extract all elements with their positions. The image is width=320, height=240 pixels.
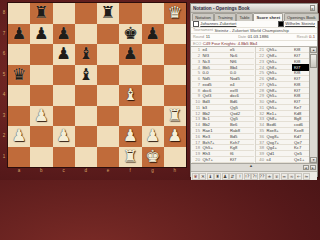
black-move-13[interactable]: Qg5 xyxy=(229,116,255,121)
tab-strip: NotationTrainingTableScore sheetOpenings… xyxy=(191,13,317,21)
square-c6[interactable]: ♟ xyxy=(53,44,75,65)
result-value: 0-1 xyxy=(309,34,315,39)
move-number: 26 xyxy=(256,76,265,81)
black-move-11[interactable]: Qg5 xyxy=(229,105,255,110)
square-c2[interactable]: ♟ xyxy=(53,126,75,147)
white-move-14[interactable]: Bb2 xyxy=(201,122,229,127)
white-move-29[interactable]: Qh5+ xyxy=(265,93,293,98)
black-move-20[interactable]: Kf7 xyxy=(229,157,255,162)
tab-training[interactable]: Training xyxy=(214,13,235,21)
white-move-5[interactable]: 0-0 xyxy=(201,70,229,75)
white-move-28[interactable]: Qh8+ xyxy=(265,88,293,93)
black-move-8[interactable]: exf3 xyxy=(229,88,255,93)
move-number: 30 xyxy=(256,99,265,104)
square-e5[interactable] xyxy=(97,65,119,86)
square-a5[interactable]: ♛ xyxy=(8,65,30,86)
black-move-17[interactable]: Kxh7 xyxy=(229,140,255,145)
black-move-6[interactable]: Nxd5 xyxy=(229,76,255,81)
square-h6[interactable] xyxy=(164,44,186,65)
dubious-move-button[interactable]: ?! xyxy=(251,173,258,180)
white-move-22[interactable]: Qh8+ xyxy=(265,53,293,58)
move-number: 32 xyxy=(256,111,265,116)
eco-label: ECO xyxy=(193,42,201,46)
white-pawn-f2[interactable]: ♟ xyxy=(119,126,141,147)
square-b5[interactable] xyxy=(30,65,52,86)
white-move-37[interactable]: Qxg7+ xyxy=(265,140,293,145)
rank-label-6: 6 xyxy=(1,52,7,57)
move-number: 21 xyxy=(256,47,265,52)
file-label-e: e xyxy=(97,169,119,174)
black-pawn-c6[interactable]: ♟ xyxy=(53,44,75,65)
white-move-2[interactable]: Nf3 xyxy=(201,53,229,58)
rank-label-7: 7 xyxy=(1,32,7,37)
black-advantage-button[interactable]: ∓ xyxy=(273,173,280,180)
white-advantage-button[interactable]: ± xyxy=(266,173,273,180)
square-f1[interactable]: ♜ xyxy=(119,147,141,168)
tab-notation[interactable]: Notation xyxy=(192,13,214,21)
square-d6[interactable]: ♝ xyxy=(75,44,97,65)
white-move-32[interactable]: Re1+ xyxy=(265,111,293,116)
move-number: 28 xyxy=(256,88,265,93)
black-move-1[interactable]: e5 xyxy=(229,47,255,52)
white-pawn-h2[interactable]: ♟ xyxy=(164,126,186,147)
file-label-d: d xyxy=(75,169,97,174)
square-a1[interactable] xyxy=(8,147,30,168)
black-pawn-c7[interactable]: ♟ xyxy=(53,24,75,45)
square-e8[interactable]: ♜ xyxy=(97,3,119,24)
square-h7[interactable] xyxy=(164,24,186,45)
queen-symbol-button[interactable]: ♛ xyxy=(192,173,199,180)
splitter-handle-icon[interactable]: ▲ xyxy=(249,164,253,168)
square-h3[interactable]: ♜ xyxy=(164,106,186,127)
black-king-f7[interactable]: ♚ xyxy=(119,24,141,45)
black-move-18[interactable]: Kg8 xyxy=(229,145,255,150)
black-bishop-d5[interactable]: ♝ xyxy=(75,65,97,86)
capture-symbol-button[interactable]: ✕ xyxy=(199,173,206,180)
white-move-31[interactable]: Qh5+ xyxy=(265,105,293,110)
white-side-indicator-icon xyxy=(193,21,199,27)
black-move-15[interactable]: Rab8 xyxy=(229,128,255,133)
move-number: 38 xyxy=(256,145,265,150)
square-f4[interactable]: ♝ xyxy=(119,85,141,106)
rank-label-3: 3 xyxy=(1,114,7,119)
square-a6[interactable] xyxy=(8,44,30,65)
white-pawn-a2[interactable]: ♟ xyxy=(8,126,30,147)
moves-column-left: 1e4e52Nf3Nc63Nc3Nf64Bb5Bb450-00-06Nd5Nxd… xyxy=(192,47,254,163)
move-number: 25 xyxy=(256,70,265,75)
move-number: 3 xyxy=(192,59,201,64)
square-d3[interactable] xyxy=(75,106,97,127)
white-move-35[interactable]: Rxe8+ xyxy=(265,128,293,133)
horizontal-scrollbar[interactable]: ▲ ◄ ► xyxy=(191,163,317,171)
vertical-scrollbar[interactable]: ▲ ▼ xyxy=(309,47,317,163)
square-f8[interactable] xyxy=(119,3,141,24)
black-move-9[interactable]: dxc6 xyxy=(229,93,255,98)
window-title: Notation - Openings Book xyxy=(193,6,310,11)
black-pawn-f6[interactable]: ♟ xyxy=(119,44,141,65)
white-king-g1[interactable]: ♚ xyxy=(142,147,164,168)
white-move-9[interactable]: Qxf3 xyxy=(201,93,229,98)
square-f5[interactable] xyxy=(119,65,141,86)
move-number: 29 xyxy=(256,93,265,98)
game-header: Johannes Zukertort Wilhelm Steinitz Tour… xyxy=(191,21,317,47)
move-number: 27 xyxy=(256,82,265,87)
score-sheet[interactable]: 1e4e52Nf3Nc63Nc3Nf64Bb5Bb450-00-06Nd5Nxd… xyxy=(191,47,317,163)
square-e1[interactable] xyxy=(97,147,119,168)
black-move-19[interactable]: f6 xyxy=(229,151,255,156)
white-rook-f1[interactable]: ♜ xyxy=(119,147,141,168)
move-number: 34 xyxy=(256,122,265,127)
square-a4[interactable] xyxy=(8,85,30,106)
square-e3[interactable] xyxy=(97,106,119,127)
file-label-c: c xyxy=(53,169,75,174)
black-bishop-d6[interactable]: ♝ xyxy=(75,44,97,65)
move-number: 10 xyxy=(192,99,201,104)
chess-board[interactable]: ♜♜♛♟♟♟♚♟♟♝♟♛♝♝♟♜♟♟♟♟♟♜♚ xyxy=(8,3,186,167)
square-b8[interactable]: ♜ xyxy=(30,3,52,24)
white-move-3[interactable]: Nc3 xyxy=(201,59,229,64)
interesting-move-button[interactable]: !? xyxy=(244,173,251,180)
move-number: 33 xyxy=(256,116,265,121)
square-h2[interactable]: ♟ xyxy=(164,126,186,147)
move-number: 24 xyxy=(256,65,265,70)
white-move-13[interactable]: Bc1 xyxy=(201,116,229,121)
square-h1[interactable] xyxy=(164,147,186,168)
square-e7[interactable] xyxy=(97,24,119,45)
date-label: Date xyxy=(238,35,246,39)
white-move-20[interactable]: Qh7+ xyxy=(201,157,229,162)
rank-label-5: 5 xyxy=(1,73,7,78)
square-b3[interactable]: ♟ xyxy=(30,106,52,127)
move-number: 7 xyxy=(192,82,201,87)
white-move-26[interactable]: Qh8+ xyxy=(265,76,293,81)
move-number: 12 xyxy=(192,111,201,116)
move-number: 35 xyxy=(256,128,265,133)
scroll-up-icon[interactable]: ▲ xyxy=(310,47,317,53)
white-move-24[interactable]: Qh8+ xyxy=(265,65,293,70)
white-pawn-b3[interactable]: ♟ xyxy=(30,106,52,127)
black-move-14[interactable]: Be6 xyxy=(229,122,255,127)
white-pawn-g2[interactable]: ♟ xyxy=(142,126,164,147)
rank-label-2: 2 xyxy=(1,134,7,139)
black-move-2[interactable]: Nc6 xyxy=(229,53,255,58)
square-d4[interactable] xyxy=(75,85,97,106)
square-c7[interactable]: ♟ xyxy=(53,24,75,45)
black-move-3[interactable]: Nf6 xyxy=(229,59,255,64)
move-number: 31 xyxy=(256,105,265,110)
move-number: 37 xyxy=(256,140,265,145)
tournament-link[interactable]: Steinitz - Zukertort World Championship xyxy=(215,28,289,33)
black-rook-b8[interactable]: ♜ xyxy=(30,3,52,24)
square-h5[interactable] xyxy=(164,65,186,86)
white-move-21[interactable]: Qh5+ xyxy=(265,47,293,52)
square-f6[interactable]: ♟ xyxy=(119,44,141,65)
black-move-16[interactable]: Bd5 xyxy=(229,134,255,139)
close-icon[interactable]: x xyxy=(310,5,316,11)
round-value: 11 xyxy=(206,34,210,39)
square-g2[interactable]: ♟ xyxy=(142,126,164,147)
file-label-h: h xyxy=(164,169,186,174)
white-pawn-c2[interactable]: ♟ xyxy=(53,126,75,147)
black-player-link[interactable]: Wilhelm Steinitz xyxy=(285,21,315,26)
white-move-34[interactable]: Bxd6 xyxy=(265,122,293,127)
scrollbar-thumb[interactable] xyxy=(310,54,317,68)
result-label: Result xyxy=(297,35,308,39)
square-g3[interactable] xyxy=(142,106,164,127)
square-d2[interactable] xyxy=(75,126,97,147)
move-number: 15 xyxy=(192,128,201,133)
rank-label-1: 1 xyxy=(1,155,7,160)
white-move-10[interactable]: Bd3 xyxy=(201,99,229,104)
black-queen-a5[interactable]: ♛ xyxy=(8,65,30,86)
square-b1[interactable] xyxy=(30,147,52,168)
tournament-label: Tournament xyxy=(193,28,213,32)
black-move-12[interactable]: Qxd2 xyxy=(229,111,255,116)
square-d7[interactable] xyxy=(75,24,97,45)
move-number: 1 xyxy=(192,47,201,52)
square-d8[interactable] xyxy=(75,3,97,24)
white-move-23[interactable]: Qh5+ xyxy=(265,59,293,64)
unclear-button[interactable]: ∞ xyxy=(288,173,295,180)
square-d5[interactable]: ♝ xyxy=(75,65,97,86)
eco-value: C49 Four Knights: 4.Bb5 Bb4 xyxy=(203,41,257,46)
white-rook-h3[interactable]: ♜ xyxy=(164,106,186,127)
window-title-bar[interactable]: Notation - Openings Book x xyxy=(191,4,317,13)
white-move-1[interactable]: e4 xyxy=(201,47,229,52)
black-rook-e8[interactable]: ♜ xyxy=(97,3,119,24)
square-h4[interactable] xyxy=(164,85,186,106)
square-b2[interactable] xyxy=(30,126,52,147)
tab-openings-book[interactable]: Openings Book xyxy=(284,13,319,21)
move-number: 18 xyxy=(192,145,201,150)
square-f7[interactable]: ♚ xyxy=(119,24,141,45)
square-e6[interactable] xyxy=(97,44,119,65)
bishop-symbol-button[interactable]: ♝ xyxy=(207,173,214,180)
blunder-button[interactable]: ?? xyxy=(259,173,266,180)
white-move-18[interactable]: Qh5+ xyxy=(201,145,229,150)
black-pawn-g7[interactable]: ♟ xyxy=(142,24,164,45)
file-label-f: f xyxy=(119,169,141,174)
square-a2[interactable]: ♟ xyxy=(8,126,30,147)
move-number: 22 xyxy=(256,53,265,58)
white-bishop-f4[interactable]: ♝ xyxy=(119,85,141,106)
white-move-25[interactable]: Qh5+ xyxy=(265,70,293,75)
move-number: 11 xyxy=(192,105,201,110)
square-e2[interactable] xyxy=(97,126,119,147)
square-b7[interactable]: ♟ xyxy=(30,24,52,45)
black-pawn-a7[interactable]: ♟ xyxy=(8,24,30,45)
exchange-symbol-button[interactable]: ⇵ xyxy=(229,173,236,180)
annotation-toolbar: ♛✕♝♜♟⇵!!??!??±∓=∞←≈ xyxy=(191,171,317,180)
equality-button[interactable]: = xyxy=(281,173,288,180)
move-number: 36 xyxy=(256,134,265,139)
white-move-30[interactable]: Qh8+ xyxy=(265,99,293,104)
notation-window: Notation - Openings Book x NotationTrain… xyxy=(190,3,318,177)
black-side-indicator-icon xyxy=(278,21,284,27)
square-c8[interactable] xyxy=(53,3,75,24)
square-a8[interactable] xyxy=(8,3,30,24)
white-move-6[interactable]: Nd5 xyxy=(201,76,229,81)
white-move-16[interactable]: Re3 xyxy=(201,134,229,139)
tab-score-sheet[interactable]: Score sheet xyxy=(253,13,283,21)
move-row-20: 20Qh7+Kf7 xyxy=(192,157,254,163)
round-label: Round xyxy=(193,35,204,39)
file-label-g: g xyxy=(142,169,164,174)
move-number: 20 xyxy=(192,157,201,162)
square-c1[interactable] xyxy=(53,147,75,168)
black-move-7[interactable]: e4 xyxy=(229,82,255,87)
move-number: 40 xyxy=(256,157,265,162)
white-move-40[interactable]: c4 xyxy=(265,157,293,162)
move-number: 17 xyxy=(192,140,201,145)
rank-label-8: 8 xyxy=(1,11,7,16)
scroll-right-icon[interactable]: ► xyxy=(310,165,317,171)
white-move-7[interactable]: exd5 xyxy=(201,82,229,87)
file-label-b: b xyxy=(30,169,52,174)
square-c3[interactable] xyxy=(53,106,75,127)
move-number: 19 xyxy=(192,151,201,156)
move-number: 13 xyxy=(192,116,201,121)
white-move-19[interactable]: Rh3 xyxy=(201,151,229,156)
black-move-5[interactable]: 0-0 xyxy=(229,70,255,75)
black-pawn-b7[interactable]: ♟ xyxy=(30,24,52,45)
white-move-17[interactable]: Bxh7+ xyxy=(201,140,229,145)
square-g1[interactable]: ♚ xyxy=(142,147,164,168)
white-queen-h8[interactable]: ♛ xyxy=(164,3,186,24)
tab-table[interactable]: Table xyxy=(236,13,252,21)
white-move-12[interactable]: Bb2 xyxy=(201,111,229,116)
black-move-4[interactable]: Bb4 xyxy=(229,65,255,70)
file-label-a: a xyxy=(8,169,30,174)
compensation-button[interactable]: ≈ xyxy=(303,173,310,180)
move-row-40: 40c4Qe1+ xyxy=(256,157,311,163)
move-number: 14 xyxy=(192,122,201,127)
rook-symbol-button[interactable]: ♜ xyxy=(214,173,221,180)
square-c4[interactable] xyxy=(53,85,75,106)
rank-label-4: 4 xyxy=(1,93,7,98)
square-c5[interactable] xyxy=(53,65,75,86)
white-player-link[interactable]: Johannes Zukertort xyxy=(200,21,236,26)
white-move-38[interactable]: Qg4+ xyxy=(265,145,293,150)
white-move-15[interactable]: Rae1 xyxy=(201,128,229,133)
move-number: 5 xyxy=(192,70,201,75)
white-move-11[interactable]: b3 xyxy=(201,105,229,110)
white-move-39[interactable]: Qd1 xyxy=(265,151,293,156)
square-b6[interactable] xyxy=(30,44,52,65)
white-move-8[interactable]: dxc6 xyxy=(201,88,229,93)
square-f2[interactable]: ♟ xyxy=(119,126,141,147)
retract-button[interactable]: ← xyxy=(295,173,302,180)
square-g6[interactable] xyxy=(142,44,164,65)
good-move-button[interactable]: ! xyxy=(236,173,243,180)
square-a3[interactable] xyxy=(8,106,30,127)
black-move-10[interactable]: Bd6 xyxy=(229,99,255,104)
square-b4[interactable] xyxy=(30,85,52,106)
move-number: 16 xyxy=(192,134,201,139)
square-e4[interactable] xyxy=(97,85,119,106)
move-number: 2 xyxy=(192,53,201,58)
square-g5[interactable] xyxy=(142,65,164,86)
scroll-left-icon[interactable]: ◄ xyxy=(303,165,310,171)
white-move-4[interactable]: Bb5 xyxy=(201,65,229,70)
square-g4[interactable] xyxy=(142,85,164,106)
move-number: 6 xyxy=(192,76,201,81)
move-number: 4 xyxy=(192,65,201,70)
move-number: 8 xyxy=(192,88,201,93)
white-move-36[interactable]: Qxg8+ xyxy=(265,134,293,139)
square-f3[interactable] xyxy=(119,106,141,127)
white-move-33[interactable]: Qh8+ xyxy=(265,116,293,121)
move-number: 9 xyxy=(192,93,201,98)
white-move-27[interactable]: Qh5+ xyxy=(265,82,293,87)
square-a7[interactable]: ♟ xyxy=(8,24,30,45)
square-g7[interactable]: ♟ xyxy=(142,24,164,45)
square-h8[interactable]: ♛ xyxy=(164,3,186,24)
moves-column-right: 21Qh5+Kf822Qh8+Kf723Qh5+Kf824Qh8+Kf725Qh… xyxy=(256,47,311,163)
move-number: 39 xyxy=(256,151,265,156)
square-d1[interactable] xyxy=(75,147,97,168)
date-value: 01.03.1886 xyxy=(248,34,269,39)
move-number: 23 xyxy=(256,59,265,64)
square-g8[interactable] xyxy=(142,3,164,24)
pawn-symbol-button[interactable]: ♟ xyxy=(222,173,229,180)
